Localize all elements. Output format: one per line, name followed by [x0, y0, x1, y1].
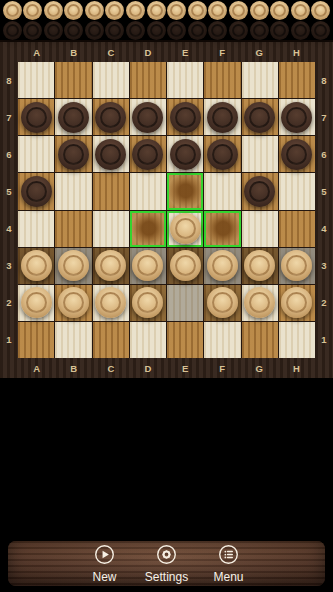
white-man-e3[interactable] [170, 250, 201, 281]
black-tray-piece [229, 21, 248, 40]
square-d6[interactable] [130, 136, 166, 172]
square-c8[interactable] [93, 62, 129, 98]
black-man-b7[interactable] [58, 102, 89, 133]
square-a3[interactable] [18, 248, 54, 284]
white-man-a2[interactable] [21, 287, 52, 318]
black-tray-piece [44, 21, 63, 40]
black-man-h7[interactable] [281, 102, 312, 133]
square-b1[interactable] [55, 322, 91, 358]
square-b2[interactable] [55, 285, 91, 321]
square-c7[interactable] [93, 99, 129, 135]
black-tray-piece [64, 21, 83, 40]
file-labels-bottom: ABCDEFGH [0, 358, 333, 378]
black-tray-piece [270, 21, 289, 40]
black-man-f6[interactable] [207, 139, 238, 170]
white-tray-piece [229, 1, 248, 20]
white-tray-piece [44, 1, 63, 20]
rank-label-5: 5 [0, 173, 18, 210]
square-e4[interactable] [167, 211, 203, 247]
file-label-a: A [18, 358, 55, 378]
rank-label-7: 7 [0, 99, 18, 136]
white-tray-piece [64, 1, 83, 20]
black-man-c6[interactable] [95, 139, 126, 170]
square-h2[interactable] [279, 285, 315, 321]
black-man-f7[interactable] [207, 102, 238, 133]
black-tray-piece [105, 21, 124, 40]
square-f5[interactable] [204, 173, 240, 209]
file-label-f: F [204, 42, 241, 62]
square-d8[interactable] [130, 62, 166, 98]
black-tray-piece [167, 21, 186, 40]
rank-labels-right: 87654321 [315, 62, 333, 358]
square-a8[interactable] [18, 62, 54, 98]
black-man-h6[interactable] [281, 139, 312, 170]
rank-label-8: 8 [315, 62, 333, 99]
black-tray-piece [311, 21, 330, 40]
file-label-h: H [278, 42, 315, 62]
square-a4[interactable] [18, 211, 54, 247]
white-tray-piece [23, 1, 42, 20]
white-man-b2[interactable] [58, 287, 89, 318]
square-e8[interactable] [167, 62, 203, 98]
square-g1[interactable] [242, 322, 278, 358]
square-f7[interactable] [204, 99, 240, 135]
square-e1[interactable] [167, 322, 203, 358]
file-label-b: B [55, 358, 92, 378]
white-tray-piece [250, 1, 269, 20]
white-tray-piece [167, 1, 186, 20]
file-label-d: D [129, 42, 166, 62]
square-g6[interactable] [242, 136, 278, 172]
rank-labels-left: 87654321 [0, 62, 18, 358]
square-f3[interactable] [204, 248, 240, 284]
white-man-h3[interactable] [281, 250, 312, 281]
white-tray-piece [208, 1, 227, 20]
rank-label-5: 5 [315, 173, 333, 210]
square-d7[interactable] [130, 99, 166, 135]
square-g8[interactable] [242, 62, 278, 98]
square-g4[interactable] [242, 211, 278, 247]
file-label-a: A [18, 42, 55, 62]
square-a5[interactable] [18, 173, 54, 209]
square-b5[interactable] [55, 173, 91, 209]
square-f4[interactable] [204, 211, 240, 247]
black-tray-piece [188, 21, 207, 40]
new-game-button[interactable]: New [82, 544, 128, 584]
white-tray-piece [3, 1, 22, 20]
gear-icon [156, 544, 177, 568]
square-g5[interactable] [242, 173, 278, 209]
file-label-g: G [241, 42, 278, 62]
square-c1[interactable] [93, 322, 129, 358]
file-label-h: H [278, 358, 315, 378]
square-b6[interactable] [55, 136, 91, 172]
file-label-c: C [92, 42, 129, 62]
square-f1[interactable] [204, 322, 240, 358]
white-man-a3[interactable] [21, 250, 52, 281]
square-a1[interactable] [18, 322, 54, 358]
square-a7[interactable] [18, 99, 54, 135]
square-d4[interactable] [130, 211, 166, 247]
square-c6[interactable] [93, 136, 129, 172]
square-b7[interactable] [55, 99, 91, 135]
white-man-d2[interactable] [132, 287, 163, 318]
square-e7[interactable] [167, 99, 203, 135]
black-tray-piece [250, 21, 269, 40]
menu-button[interactable]: Menu [206, 544, 252, 584]
square-h8[interactable] [279, 62, 315, 98]
board-frame: ABCDEFGH 87654321 87654321 ABCDEFGH [0, 40, 333, 378]
file-labels-top: ABCDEFGH [0, 42, 333, 62]
settings-label: Settings [145, 570, 188, 584]
file-label-c: C [92, 358, 129, 378]
black-tray-piece [291, 21, 310, 40]
file-label-b: B [55, 42, 92, 62]
square-a6[interactable] [18, 136, 54, 172]
black-pieces-tray [0, 20, 333, 40]
square-g3[interactable] [242, 248, 278, 284]
square-c3[interactable] [93, 248, 129, 284]
square-d2[interactable] [130, 285, 166, 321]
square-e6[interactable] [167, 136, 203, 172]
square-h4[interactable] [279, 211, 315, 247]
square-d1[interactable] [130, 322, 166, 358]
white-man-d3[interactable] [132, 250, 163, 281]
black-man-d7[interactable] [132, 102, 163, 133]
rank-label-4: 4 [315, 210, 333, 247]
black-man-d6[interactable] [132, 139, 163, 170]
rank-label-6: 6 [0, 136, 18, 173]
bottom-toolbar: New Settings [8, 541, 325, 586]
white-tray-piece [147, 1, 166, 20]
square-b4[interactable] [55, 211, 91, 247]
white-tray-piece [188, 1, 207, 20]
black-man-e6[interactable] [170, 139, 201, 170]
square-h6[interactable] [279, 136, 315, 172]
rank-label-4: 4 [0, 210, 18, 247]
white-man-g3[interactable] [244, 250, 275, 281]
rank-label-3: 3 [315, 247, 333, 284]
menu-label: Menu [213, 570, 243, 584]
square-c2[interactable] [93, 285, 129, 321]
rank-label-1: 1 [0, 321, 18, 358]
file-label-f: F [204, 358, 241, 378]
rank-label-1: 1 [315, 321, 333, 358]
square-e2[interactable] [167, 285, 203, 321]
rank-label-8: 8 [0, 62, 18, 99]
black-tray-piece [23, 21, 42, 40]
black-man-c7[interactable] [95, 102, 126, 133]
square-d3[interactable] [130, 248, 166, 284]
square-h5[interactable] [279, 173, 315, 209]
rank-label-2: 2 [315, 284, 333, 321]
black-tray-piece [147, 21, 166, 40]
square-e5[interactable] [167, 173, 203, 209]
square-h3[interactable] [279, 248, 315, 284]
square-a2[interactable] [18, 285, 54, 321]
square-g2[interactable] [242, 285, 278, 321]
black-man-g5[interactable] [244, 176, 275, 207]
white-tray-piece [291, 1, 310, 20]
file-label-d: D [129, 358, 166, 378]
white-tray-piece [270, 1, 289, 20]
black-tray-piece [208, 21, 227, 40]
square-d5[interactable] [130, 173, 166, 209]
white-man-e4[interactable] [170, 213, 201, 244]
black-man-a7[interactable] [21, 102, 52, 133]
square-f6[interactable] [204, 136, 240, 172]
black-man-b6[interactable] [58, 139, 89, 170]
white-man-h2[interactable] [281, 287, 312, 318]
square-f8[interactable] [204, 62, 240, 98]
black-tray-piece [126, 21, 145, 40]
square-c4[interactable] [93, 211, 129, 247]
white-man-g2[interactable] [244, 287, 275, 318]
rank-label-7: 7 [315, 99, 333, 136]
play-icon [94, 544, 115, 568]
square-h1[interactable] [279, 322, 315, 358]
white-tray-piece [126, 1, 145, 20]
list-icon [218, 544, 239, 568]
square-c5[interactable] [93, 173, 129, 209]
rank-label-3: 3 [0, 247, 18, 284]
black-man-a5[interactable] [21, 176, 52, 207]
new-game-label: New [92, 570, 116, 584]
white-tray-piece [85, 1, 104, 20]
square-e3[interactable] [167, 248, 203, 284]
white-man-b3[interactable] [58, 250, 89, 281]
square-h7[interactable] [279, 99, 315, 135]
white-man-f2[interactable] [207, 287, 238, 318]
square-f2[interactable] [204, 285, 240, 321]
square-g7[interactable] [242, 99, 278, 135]
white-man-c3[interactable] [95, 250, 126, 281]
white-man-c2[interactable] [95, 287, 126, 318]
white-tray-piece [105, 1, 124, 20]
square-b8[interactable] [55, 62, 91, 98]
white-pieces-tray [0, 0, 333, 20]
file-label-e: E [167, 358, 204, 378]
white-man-f3[interactable] [207, 250, 238, 281]
checkers-board [18, 62, 315, 358]
app-screen: ABCDEFGH 87654321 87654321 ABCDEFGH New [0, 0, 333, 592]
black-tray-piece [85, 21, 104, 40]
file-label-g: G [241, 358, 278, 378]
rank-label-6: 6 [315, 136, 333, 173]
white-tray-piece [311, 1, 330, 20]
rank-label-2: 2 [0, 284, 18, 321]
settings-button[interactable]: Settings [144, 544, 190, 584]
black-tray-piece [3, 21, 22, 40]
file-label-e: E [167, 42, 204, 62]
black-man-g7[interactable] [244, 102, 275, 133]
square-b3[interactable] [55, 248, 91, 284]
black-man-e7[interactable] [170, 102, 201, 133]
